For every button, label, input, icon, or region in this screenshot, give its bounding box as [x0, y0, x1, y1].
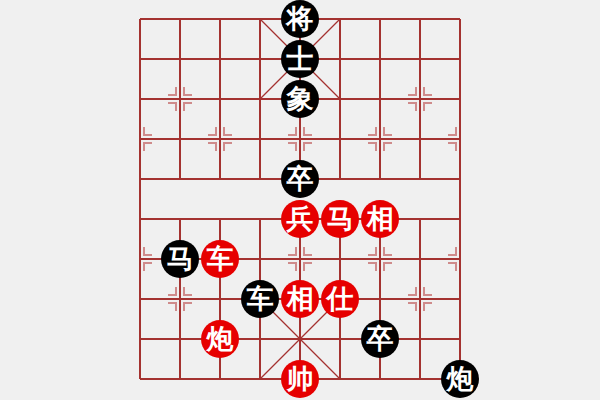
piece-black-elephant[interactable]: 象	[281, 80, 319, 118]
piece-red-soldier[interactable]: 兵	[281, 200, 319, 238]
piece-red-general[interactable]: 帅	[281, 360, 319, 398]
piece-black-cannon[interactable]: 炮	[441, 360, 479, 398]
piece-black-chariot[interactable]: 车	[241, 280, 279, 318]
piece-red-elephant[interactable]: 相	[361, 200, 399, 238]
piece-black-soldier[interactable]: 卒	[281, 160, 319, 198]
piece-black-horse[interactable]: 马	[161, 240, 199, 278]
piece-red-advisor[interactable]: 仕	[321, 280, 359, 318]
piece-red-horse[interactable]: 马	[321, 200, 359, 238]
piece-red-cannon[interactable]: 炮	[201, 320, 239, 358]
pieces-layer: 将士象卒兵马相马车车相仕炮卒帅炮	[120, 0, 480, 399]
piece-red-chariot[interactable]: 车	[201, 240, 239, 278]
screen: 将士象卒兵马相马车车相仕炮卒帅炮	[0, 0, 600, 400]
piece-black-advisor[interactable]: 士	[281, 40, 319, 78]
piece-black-general[interactable]: 将	[281, 0, 319, 38]
piece-red-elephant[interactable]: 相	[281, 280, 319, 318]
piece-black-soldier[interactable]: 卒	[361, 320, 399, 358]
xiangqi-board: 将士象卒兵马相马车车相仕炮卒帅炮	[120, 0, 480, 399]
